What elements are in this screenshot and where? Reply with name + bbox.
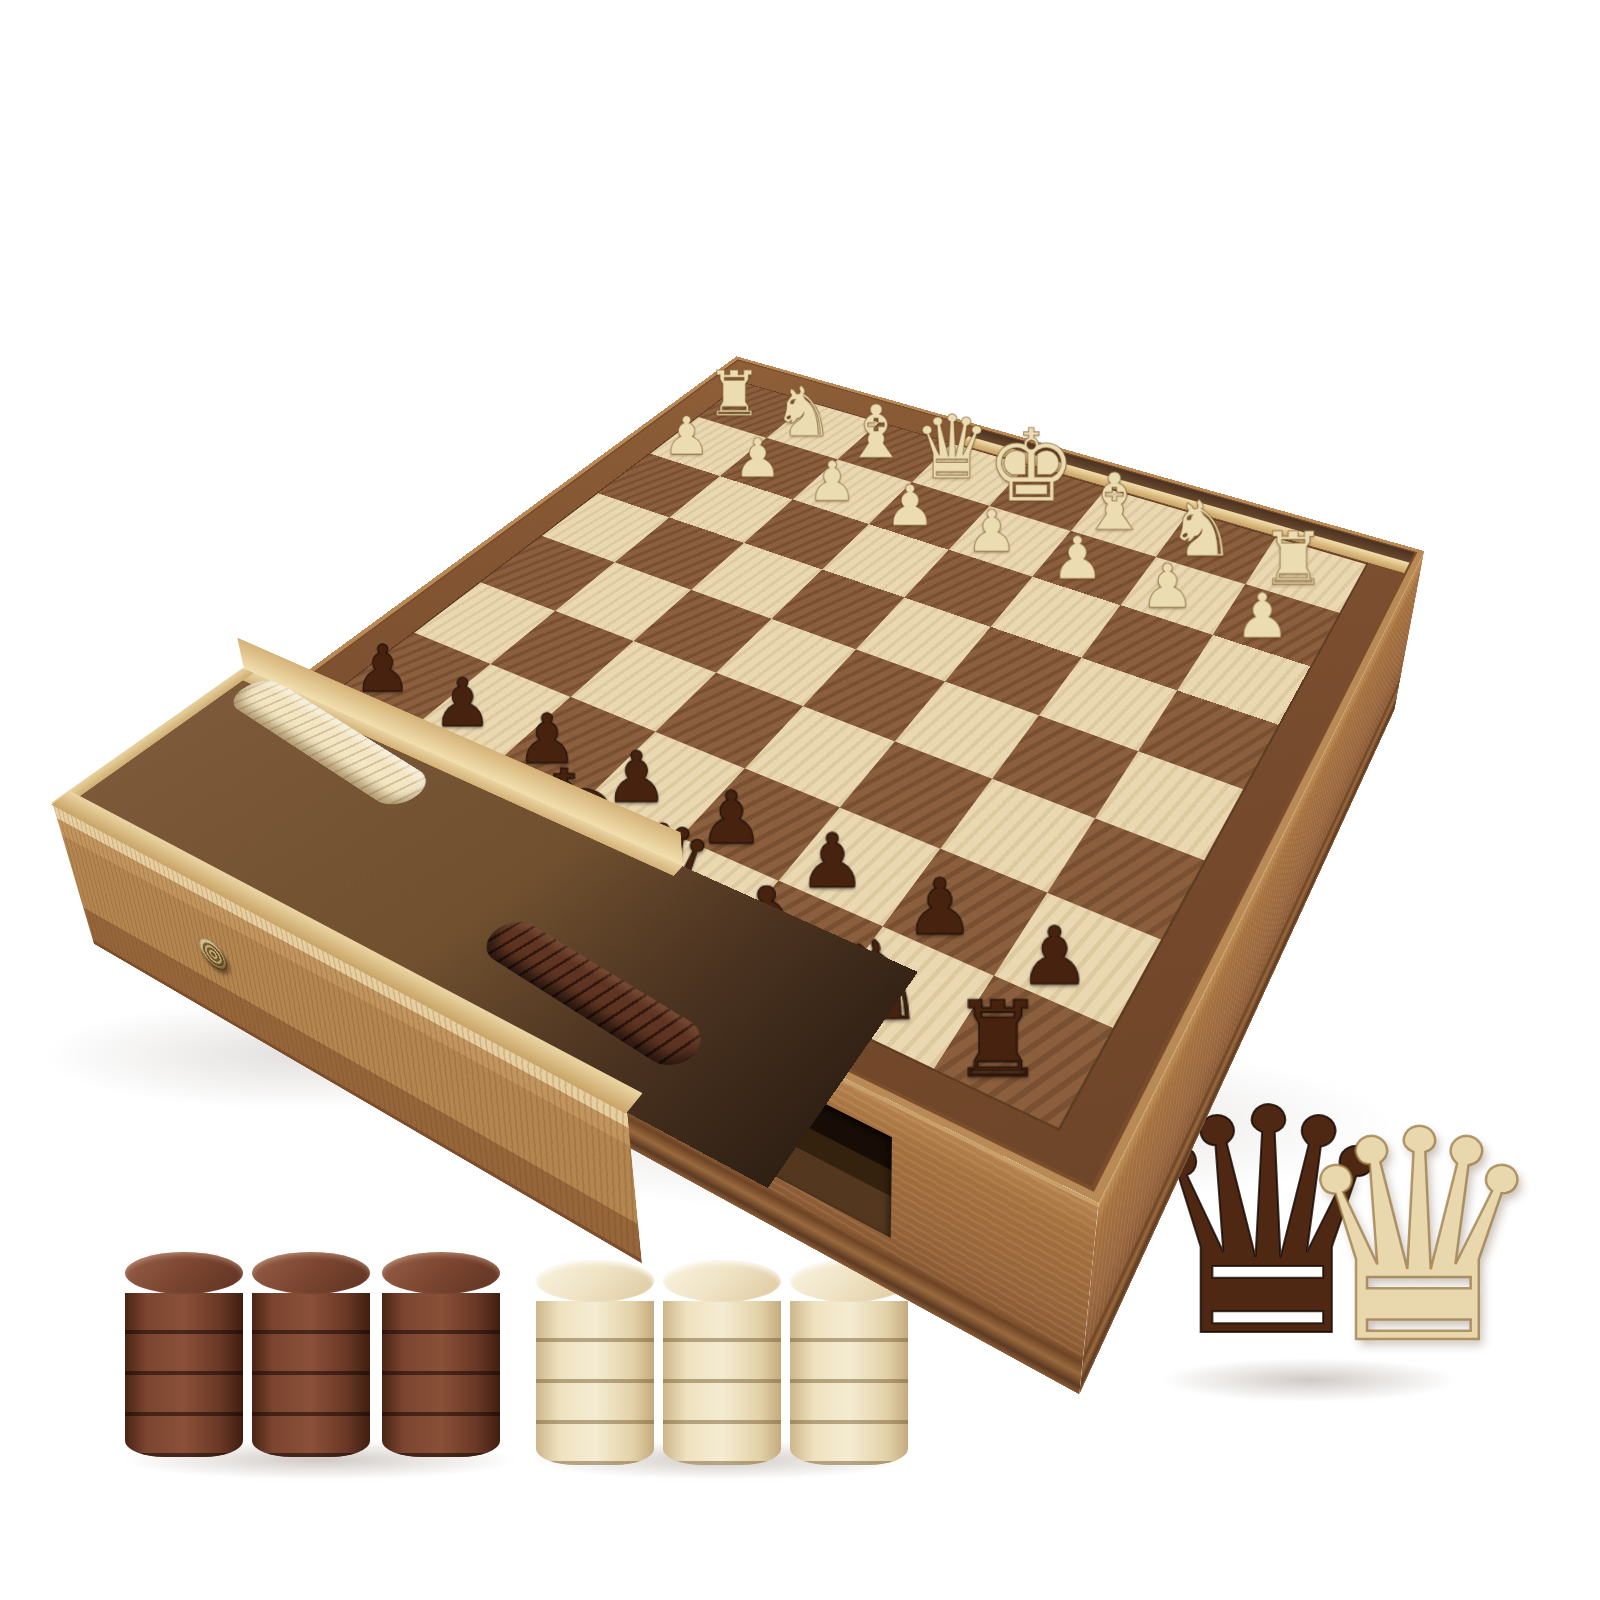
checker-disc-light [790, 1301, 908, 1342]
drawer-rim-left [51, 668, 253, 809]
piece-white-pawn: ♟ [1051, 529, 1104, 588]
checker-top-face [125, 1252, 243, 1294]
checker-disc-dark [125, 1293, 243, 1334]
checker-disc-dark [382, 1293, 500, 1334]
square-a6 [414, 582, 555, 664]
square-f4 [945, 627, 1082, 716]
checker-disc-dark [252, 1293, 370, 1334]
piece-white-knight: ♞ [773, 378, 834, 446]
checker-disc-dark [125, 1416, 243, 1457]
checker-disc-dark [382, 1375, 500, 1416]
checker-disc-dark [252, 1334, 370, 1375]
checker-disc-dark [125, 1334, 243, 1375]
checker-stack-dark-1 [125, 1272, 243, 1457]
checker-top-face [382, 1252, 500, 1294]
checker-top-face [663, 1260, 781, 1302]
checker-disc-dark [382, 1334, 500, 1375]
extra-light-queen: ♛ [1288, 1092, 1550, 1384]
checker-disc-light [536, 1342, 654, 1383]
checker-disc-light [536, 1383, 654, 1424]
checker-disc-light [663, 1342, 781, 1383]
checker-disc-light [790, 1342, 908, 1383]
checker-top-face [536, 1260, 654, 1302]
checker-disc-light [536, 1301, 654, 1342]
product-photo-scene: ♜♞♝♛♚♝♞♜♟♟♟♟♟♟♟♟♟♟♟♟♟♟♟♟♜♞♝♚♛♝♞♜ ♛♛ [0, 0, 1600, 1600]
checker-disc-light [790, 1424, 908, 1465]
checker-disc-light [663, 1383, 781, 1424]
checker-stack-dark-3 [382, 1272, 500, 1457]
page: { "caption": "Wooden chess and checkers … [0, 0, 1600, 1600]
piece-black-rook: ♜ [951, 988, 1045, 1093]
checker-stack-dark-2 [252, 1272, 370, 1457]
checker-disc-light [663, 1301, 781, 1342]
checker-disc-dark [252, 1375, 370, 1416]
piece-white-rook: ♜ [706, 363, 762, 425]
piece-white-pawn: ♟ [807, 454, 856, 509]
piece-white-pawn: ♟ [1140, 556, 1194, 617]
checker-disc-dark [252, 1416, 370, 1457]
checker-stack-light-2 [663, 1280, 781, 1465]
checker-stack-light-1 [536, 1280, 654, 1465]
piece-white-pawn: ♟ [1234, 585, 1290, 647]
piece-white-pawn: ♟ [734, 432, 782, 486]
checker-top-face [252, 1252, 370, 1294]
piece-white-pawn: ♟ [885, 478, 935, 534]
checker-disc-light [663, 1424, 781, 1465]
checker-disc-dark [382, 1416, 500, 1457]
piece-white-pawn: ♟ [966, 503, 1018, 561]
piece-white-pawn: ♟ [663, 410, 710, 463]
checker-disc-light [536, 1424, 654, 1465]
checker-disc-dark [125, 1375, 243, 1416]
checker-stack-light-3 [790, 1280, 908, 1465]
checker-disc-light [790, 1383, 908, 1424]
